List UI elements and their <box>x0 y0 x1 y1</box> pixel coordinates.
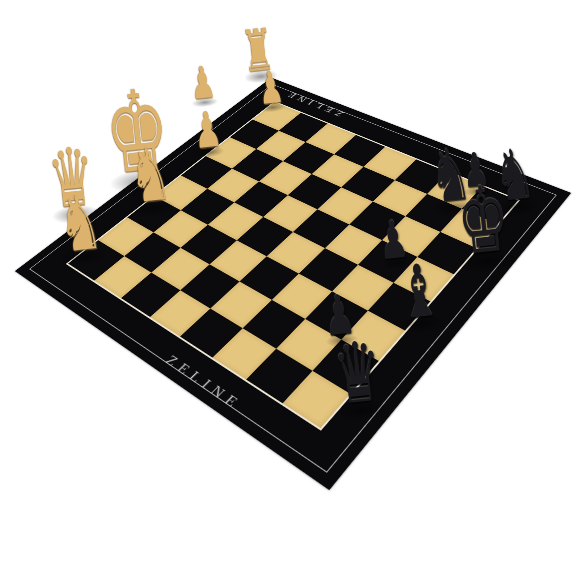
piece-black-bishop-c8[interactable]: ♝ <box>395 253 444 330</box>
piece-white-knight-a2[interactable]: ♞ <box>55 184 105 263</box>
piece-white-pawn-g1[interactable]: ♟ <box>188 59 217 106</box>
piece-white-pawn-g2[interactable]: ♟ <box>256 64 285 111</box>
piece-black-king-e8[interactable]: ♚ <box>453 173 514 269</box>
piece-black-queen-a8[interactable]: ♛ <box>330 329 385 417</box>
piece-white-knight-c2[interactable]: ♞ <box>126 137 175 214</box>
chess-board: ZELINE ZELINE <box>15 78 571 490</box>
piece-white-pawn-e2[interactable]: ♟ <box>191 104 224 156</box>
scene: ZELINE ZELINE ♜♟♟♟♚♞♛♞♞♟♞♚♟♝♟♛ <box>0 0 576 576</box>
